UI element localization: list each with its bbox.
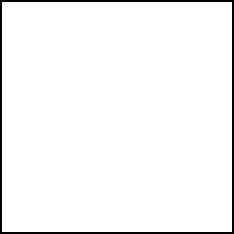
chess-board <box>0 0 234 234</box>
